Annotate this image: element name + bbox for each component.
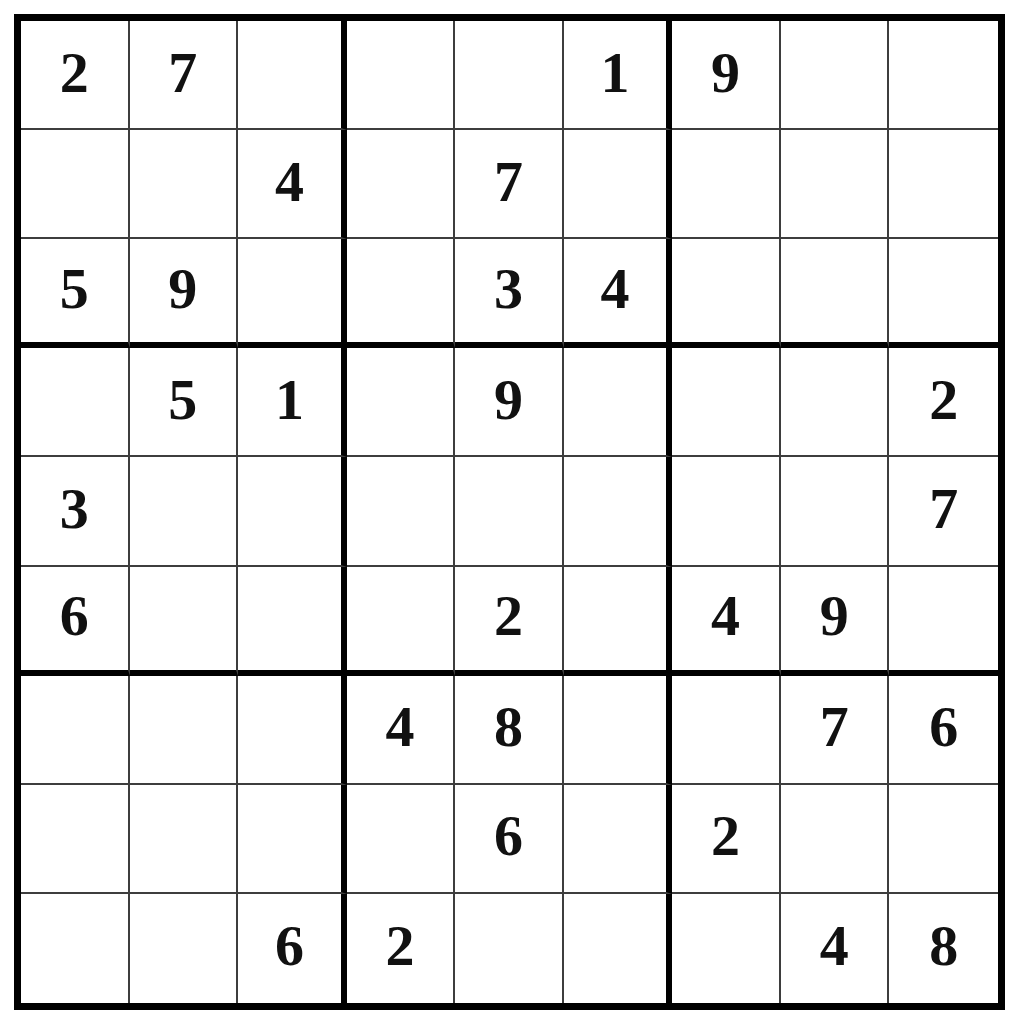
sudoku-cell-r5c4[interactable]	[347, 457, 456, 566]
sudoku-cell-r4c5[interactable]: 9	[455, 348, 564, 457]
given-digit: 2	[929, 371, 958, 429]
sudoku-cell-r8c5[interactable]: 6	[455, 785, 564, 894]
given-digit: 9	[168, 260, 197, 318]
sudoku-cell-r3c5[interactable]: 3	[455, 239, 564, 348]
sudoku-cell-r1c5[interactable]	[455, 21, 564, 130]
given-digit: 6	[494, 807, 523, 865]
sudoku-cell-r7c6[interactable]	[564, 676, 673, 785]
given-digit: 9	[820, 587, 849, 645]
sudoku-cell-r4c8[interactable]	[781, 348, 890, 457]
sudoku-cell-r4c7[interactable]	[672, 348, 781, 457]
sudoku-cell-r8c9[interactable]	[889, 785, 998, 894]
sudoku-cell-r9c8[interactable]: 4	[781, 894, 890, 1003]
sudoku-cell-r7c7[interactable]	[672, 676, 781, 785]
sudoku-cell-r3c7[interactable]	[672, 239, 781, 348]
sudoku-cell-r6c3[interactable]	[238, 567, 347, 676]
sudoku-cell-r1c9[interactable]	[889, 21, 998, 130]
sudoku-cell-r4c3[interactable]: 1	[238, 348, 347, 457]
given-digit: 6	[929, 698, 958, 756]
sudoku-cell-r1c4[interactable]	[347, 21, 456, 130]
given-digit: 3	[60, 480, 89, 538]
sudoku-cell-r8c4[interactable]	[347, 785, 456, 894]
given-digit: 7	[820, 698, 849, 756]
given-digit: 6	[60, 587, 89, 645]
sudoku-cell-r2c5[interactable]: 7	[455, 130, 564, 239]
sudoku-cell-r9c4[interactable]: 2	[347, 894, 456, 1003]
given-digit: 2	[711, 807, 740, 865]
given-digit: 6	[275, 917, 304, 975]
given-digit: 8	[929, 917, 958, 975]
sudoku-cell-r6c6[interactable]	[564, 567, 673, 676]
sudoku-cell-r3c8[interactable]	[781, 239, 890, 348]
sudoku-cell-r2c8[interactable]	[781, 130, 890, 239]
sudoku-cell-r1c7[interactable]: 9	[672, 21, 781, 130]
sudoku-cell-r9c6[interactable]	[564, 894, 673, 1003]
sudoku-cell-r6c2[interactable]	[130, 567, 239, 676]
sudoku-cell-r5c5[interactable]	[455, 457, 564, 566]
sudoku-cell-r9c7[interactable]	[672, 894, 781, 1003]
sudoku-cell-r2c2[interactable]	[130, 130, 239, 239]
sudoku-cell-r6c1[interactable]: 6	[21, 567, 130, 676]
sudoku-cell-r7c5[interactable]: 8	[455, 676, 564, 785]
sudoku-cell-r1c3[interactable]	[238, 21, 347, 130]
sudoku-cell-r5c8[interactable]	[781, 457, 890, 566]
sudoku-cell-r7c1[interactable]	[21, 676, 130, 785]
sudoku-cell-r5c2[interactable]	[130, 457, 239, 566]
given-digit: 8	[494, 698, 523, 756]
sudoku-cell-r2c1[interactable]	[21, 130, 130, 239]
sudoku-cell-r8c7[interactable]: 2	[672, 785, 781, 894]
sudoku-cell-r5c1[interactable]: 3	[21, 457, 130, 566]
sudoku-cell-r3c6[interactable]: 4	[564, 239, 673, 348]
sudoku-cell-r6c7[interactable]: 4	[672, 567, 781, 676]
sudoku-cell-r3c9[interactable]	[889, 239, 998, 348]
sudoku-cell-r7c4[interactable]: 4	[347, 676, 456, 785]
sudoku-cell-r6c5[interactable]: 2	[455, 567, 564, 676]
given-digit: 4	[385, 698, 414, 756]
sudoku-cell-r7c3[interactable]	[238, 676, 347, 785]
given-digit: 3	[494, 260, 523, 318]
given-digit: 2	[494, 587, 523, 645]
sudoku-cell-r6c9[interactable]	[889, 567, 998, 676]
sudoku-cell-r8c8[interactable]	[781, 785, 890, 894]
sudoku-cell-r1c2[interactable]: 7	[130, 21, 239, 130]
sudoku-cell-r2c3[interactable]: 4	[238, 130, 347, 239]
given-digit: 7	[494, 153, 523, 211]
sudoku-cell-r4c4[interactable]	[347, 348, 456, 457]
sudoku-cell-r8c3[interactable]	[238, 785, 347, 894]
sudoku-cell-r9c5[interactable]	[455, 894, 564, 1003]
sudoku-cell-r8c6[interactable]	[564, 785, 673, 894]
sudoku-cell-r8c2[interactable]	[130, 785, 239, 894]
given-digit: 4	[601, 260, 630, 318]
sudoku-cell-r5c9[interactable]: 7	[889, 457, 998, 566]
given-digit: 4	[820, 917, 849, 975]
given-digit: 2	[60, 44, 89, 102]
sudoku-cell-r1c1[interactable]: 2	[21, 21, 130, 130]
sudoku-cell-r5c3[interactable]	[238, 457, 347, 566]
sudoku-cell-r2c9[interactable]	[889, 130, 998, 239]
sudoku-cell-r2c6[interactable]	[564, 130, 673, 239]
sudoku-cell-r9c1[interactable]	[21, 894, 130, 1003]
sudoku-cell-r3c3[interactable]	[238, 239, 347, 348]
sudoku-cell-r5c6[interactable]	[564, 457, 673, 566]
sudoku-cell-r1c8[interactable]	[781, 21, 890, 130]
sudoku-cell-r2c7[interactable]	[672, 130, 781, 239]
sudoku-cell-r5c7[interactable]	[672, 457, 781, 566]
sudoku-cell-r4c9[interactable]: 2	[889, 348, 998, 457]
sudoku-cell-r7c8[interactable]: 7	[781, 676, 890, 785]
sudoku-cell-r7c2[interactable]	[130, 676, 239, 785]
sudoku-cell-r1c6[interactable]: 1	[564, 21, 673, 130]
sudoku-cell-r3c4[interactable]	[347, 239, 456, 348]
sudoku-cell-r3c1[interactable]: 5	[21, 239, 130, 348]
given-digit: 1	[275, 371, 304, 429]
sudoku-cell-r2c4[interactable]	[347, 130, 456, 239]
sudoku-cell-r3c2[interactable]: 9	[130, 239, 239, 348]
given-digit: 4	[275, 153, 304, 211]
given-digit: 2	[385, 917, 414, 975]
sudoku-cell-r9c2[interactable]	[130, 894, 239, 1003]
sudoku-cell-r8c1[interactable]	[21, 785, 130, 894]
given-digit: 4	[711, 587, 740, 645]
sudoku-cell-r4c6[interactable]	[564, 348, 673, 457]
sudoku-cell-r6c8[interactable]: 9	[781, 567, 890, 676]
sudoku-cell-r6c4[interactable]	[347, 567, 456, 676]
sudoku-cell-r9c9[interactable]: 8	[889, 894, 998, 1003]
sudoku-cell-r4c2[interactable]: 5	[130, 348, 239, 457]
sudoku-board: 271947593451923762494876626248	[14, 14, 1005, 1010]
given-digit: 7	[929, 480, 958, 538]
sudoku-cell-r9c3[interactable]: 6	[238, 894, 347, 1003]
given-digit: 1	[601, 44, 630, 102]
given-digit: 9	[494, 371, 523, 429]
given-digit: 5	[168, 371, 197, 429]
sudoku-cell-r4c1[interactable]	[21, 348, 130, 457]
given-digit: 7	[168, 44, 197, 102]
given-digit: 9	[711, 44, 740, 102]
given-digit: 5	[60, 260, 89, 318]
sudoku-cell-r7c9[interactable]: 6	[889, 676, 998, 785]
